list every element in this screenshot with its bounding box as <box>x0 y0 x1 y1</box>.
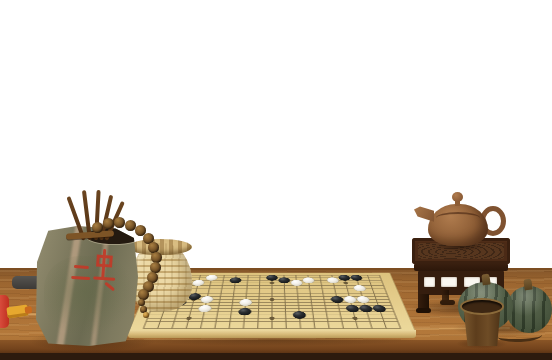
gourd-small <box>506 286 552 333</box>
prayer-bead <box>150 262 161 273</box>
grid-line-vertical <box>380 275 401 328</box>
gourd-stem <box>523 278 532 290</box>
black-stone <box>293 311 307 318</box>
prayer-bead <box>125 220 136 231</box>
white-stone <box>239 299 252 306</box>
prayer-bead <box>143 312 149 318</box>
white-stone <box>343 296 357 303</box>
hoshi-point <box>270 282 274 285</box>
hoshi-point <box>269 317 274 320</box>
white-stone <box>205 275 218 281</box>
black-stone <box>350 275 363 281</box>
black-stone <box>338 275 351 281</box>
grid-line-vertical <box>258 275 260 328</box>
gourd-stem <box>481 273 490 285</box>
white-stone <box>356 296 371 303</box>
apron-cutout <box>424 277 435 287</box>
black-stone <box>229 277 241 283</box>
black-stone <box>358 305 373 312</box>
black-stone <box>266 275 278 281</box>
prayer-bead <box>151 252 162 263</box>
apron-cutout <box>441 277 457 287</box>
black-stone <box>278 277 290 283</box>
white-stone <box>291 280 303 286</box>
white-stone <box>200 296 214 303</box>
teapot-knob <box>452 192 463 202</box>
black-stone <box>330 296 344 303</box>
prayer-bead <box>138 289 149 300</box>
prayer-bead <box>114 217 125 228</box>
grid-line-vertical <box>368 275 387 328</box>
grid-line-vertical <box>320 275 329 328</box>
hoshi-point <box>270 298 275 301</box>
teapot-body <box>428 204 488 246</box>
stand-leg <box>442 290 449 305</box>
clay-teapot <box>414 188 514 250</box>
white-stone <box>353 285 367 291</box>
white-stone <box>326 277 339 283</box>
black-stone <box>345 305 360 312</box>
prayer-bead <box>103 218 114 229</box>
wooden-cup-rim <box>462 300 502 313</box>
prayer-bead <box>148 242 159 253</box>
prayer-beads <box>0 0 200 340</box>
prayer-bead <box>92 222 103 233</box>
black-stone <box>238 308 252 315</box>
table-bottom-shadow <box>0 353 552 360</box>
stand-leg <box>418 294 429 313</box>
stand-lip <box>414 263 508 271</box>
hoshi-point <box>343 282 348 285</box>
grid-line-vertical <box>215 275 224 328</box>
white-stone <box>302 277 314 283</box>
prayer-bead <box>138 299 145 306</box>
hoshi-point <box>352 317 358 320</box>
scene <box>0 0 552 360</box>
teapot-lid <box>436 212 480 224</box>
black-stone <box>372 305 387 312</box>
